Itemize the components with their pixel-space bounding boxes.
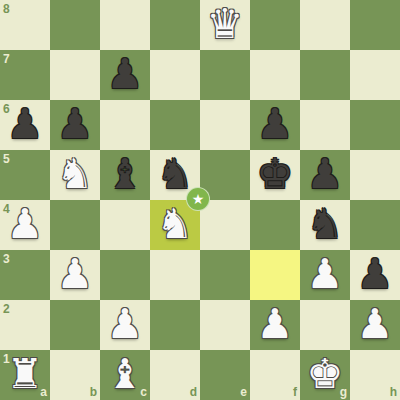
black-pawn-g5[interactable]: ♟	[300, 150, 350, 200]
chess-board: 8♛7♟6♟♟♟5♞♝♞♚♟4♟♞★♞3♟♟♟2♟♟♟1a♜bc♝defg♚h	[0, 0, 400, 400]
square-d1[interactable]: d	[150, 350, 200, 400]
square-h5[interactable]	[350, 150, 400, 200]
white-pawn-a4[interactable]: ♟	[0, 200, 50, 250]
square-a5[interactable]: 5	[0, 150, 50, 200]
white-rook-a1[interactable]: ♜	[0, 350, 50, 400]
square-b3[interactable]: ♟	[50, 250, 100, 300]
square-a7[interactable]: 7	[0, 50, 50, 100]
square-b2[interactable]	[50, 300, 100, 350]
square-c5[interactable]: ♝	[100, 150, 150, 200]
black-pawn-c7[interactable]: ♟	[100, 50, 150, 100]
square-d5[interactable]: ♞	[150, 150, 200, 200]
square-a1[interactable]: 1a♜	[0, 350, 50, 400]
square-f6[interactable]: ♟	[250, 100, 300, 150]
square-c2[interactable]: ♟	[100, 300, 150, 350]
square-b4[interactable]	[50, 200, 100, 250]
white-queen-e8[interactable]: ♛	[200, 0, 250, 50]
square-c8[interactable]	[100, 0, 150, 50]
square-b1[interactable]: b	[50, 350, 100, 400]
file-label-e: e	[240, 386, 247, 398]
rank-label-3: 3	[3, 253, 10, 265]
square-g8[interactable]	[300, 0, 350, 50]
rank-label-7: 7	[3, 53, 10, 65]
square-a3[interactable]: 3	[0, 250, 50, 300]
square-f8[interactable]	[250, 0, 300, 50]
square-c7[interactable]: ♟	[100, 50, 150, 100]
square-d3[interactable]	[150, 250, 200, 300]
rank-label-2: 2	[3, 303, 10, 315]
square-g5[interactable]: ♟	[300, 150, 350, 200]
square-d4[interactable]: ♞★	[150, 200, 200, 250]
file-label-h: h	[390, 386, 397, 398]
square-f7[interactable]	[250, 50, 300, 100]
white-pawn-b3[interactable]: ♟	[50, 250, 100, 300]
black-pawn-a6[interactable]: ♟	[0, 100, 50, 150]
square-b8[interactable]	[50, 0, 100, 50]
square-d2[interactable]	[150, 300, 200, 350]
square-c3[interactable]	[100, 250, 150, 300]
square-h4[interactable]	[350, 200, 400, 250]
square-g3[interactable]: ♟	[300, 250, 350, 300]
square-g6[interactable]	[300, 100, 350, 150]
rank-label-5: 5	[3, 153, 10, 165]
rank-label-8: 8	[3, 3, 10, 15]
square-f4[interactable]	[250, 200, 300, 250]
white-king-g1[interactable]: ♚	[300, 350, 350, 400]
file-label-f: f	[293, 386, 297, 398]
square-a6[interactable]: 6♟	[0, 100, 50, 150]
square-d8[interactable]	[150, 0, 200, 50]
file-label-b: b	[90, 386, 97, 398]
white-pawn-c2[interactable]: ♟	[100, 300, 150, 350]
square-e7[interactable]	[200, 50, 250, 100]
white-knight-b5[interactable]: ♞	[50, 150, 100, 200]
square-e6[interactable]	[200, 100, 250, 150]
square-b7[interactable]	[50, 50, 100, 100]
white-knight-d4[interactable]: ♞	[150, 200, 200, 250]
square-e1[interactable]: e	[200, 350, 250, 400]
square-a2[interactable]: 2	[0, 300, 50, 350]
square-f1[interactable]: f	[250, 350, 300, 400]
black-bishop-c5[interactable]: ♝	[100, 150, 150, 200]
square-f2[interactable]: ♟	[250, 300, 300, 350]
square-c4[interactable]	[100, 200, 150, 250]
square-h7[interactable]	[350, 50, 400, 100]
white-pawn-h2[interactable]: ♟	[350, 300, 400, 350]
square-c1[interactable]: c♝	[100, 350, 150, 400]
square-g4[interactable]: ♞	[300, 200, 350, 250]
square-f3[interactable]	[250, 250, 300, 300]
black-king-f5[interactable]: ♚	[250, 150, 300, 200]
file-label-d: d	[190, 386, 197, 398]
square-g1[interactable]: g♚	[300, 350, 350, 400]
square-g2[interactable]	[300, 300, 350, 350]
square-b5[interactable]: ♞	[50, 150, 100, 200]
black-knight-g4[interactable]: ♞	[300, 200, 350, 250]
white-pawn-f2[interactable]: ♟	[250, 300, 300, 350]
square-a8[interactable]: 8	[0, 0, 50, 50]
square-d6[interactable]	[150, 100, 200, 150]
square-h1[interactable]: h	[350, 350, 400, 400]
square-b6[interactable]: ♟	[50, 100, 100, 150]
square-h8[interactable]	[350, 0, 400, 50]
square-h2[interactable]: ♟	[350, 300, 400, 350]
square-c6[interactable]	[100, 100, 150, 150]
square-a4[interactable]: 4♟	[0, 200, 50, 250]
white-pawn-g3[interactable]: ♟	[300, 250, 350, 300]
black-knight-d5[interactable]: ♞	[150, 150, 200, 200]
square-g7[interactable]	[300, 50, 350, 100]
white-bishop-c1[interactable]: ♝	[100, 350, 150, 400]
black-pawn-h3[interactable]: ♟	[350, 250, 400, 300]
square-d7[interactable]	[150, 50, 200, 100]
square-e2[interactable]	[200, 300, 250, 350]
square-e5[interactable]	[200, 150, 250, 200]
black-pawn-f6[interactable]: ♟	[250, 100, 300, 150]
black-pawn-b6[interactable]: ♟	[50, 100, 100, 150]
square-h3[interactable]: ♟	[350, 250, 400, 300]
square-e8[interactable]: ♛	[200, 0, 250, 50]
square-f5[interactable]: ♚	[250, 150, 300, 200]
square-e4[interactable]	[200, 200, 250, 250]
square-h6[interactable]	[350, 100, 400, 150]
square-e3[interactable]	[200, 250, 250, 300]
